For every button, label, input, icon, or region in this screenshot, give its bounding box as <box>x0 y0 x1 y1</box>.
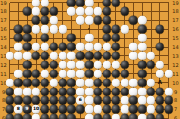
white-stone-M12[interactable] <box>103 61 111 69</box>
black-stone-C15[interactable] <box>23 34 31 42</box>
left-row-label: 11 <box>0 71 6 76</box>
black-stone-P7[interactable] <box>129 105 137 113</box>
right-row-label: 17 <box>172 18 178 23</box>
hoshi-point <box>88 28 90 30</box>
white-stone-P10[interactable] <box>129 78 137 86</box>
black-stone-M15[interactable] <box>103 34 111 42</box>
black-stone-O18[interactable] <box>120 7 128 15</box>
white-stone-B13[interactable] <box>14 52 22 60</box>
move-number-label: 10 <box>33 107 39 112</box>
white-stone-B9[interactable] <box>14 87 22 95</box>
white-stone-D9[interactable] <box>32 87 40 95</box>
white-stone-P9[interactable] <box>129 87 137 95</box>
white-stone-H18[interactable] <box>67 7 75 15</box>
left-row-label: 12 <box>0 62 6 67</box>
white-stone-K17[interactable] <box>85 16 93 24</box>
black-stone-N16[interactable] <box>111 25 119 33</box>
black-stone-F14[interactable] <box>50 43 58 51</box>
black-stone-N7[interactable] <box>111 105 119 113</box>
black-stone-N8[interactable] <box>111 96 119 104</box>
black-stone-G7[interactable] <box>58 105 66 113</box>
black-stone-A7[interactable] <box>5 105 13 113</box>
white-stone-K9[interactable] <box>85 87 93 95</box>
black-stone-S8[interactable] <box>156 96 164 104</box>
white-stone-O8[interactable] <box>120 96 128 104</box>
white-stone-L12[interactable] <box>94 61 102 69</box>
white-stone-A13[interactable] <box>5 52 13 60</box>
black-stone-R6[interactable] <box>147 114 155 119</box>
black-stone-B16[interactable] <box>14 25 22 33</box>
black-stone-D17[interactable] <box>32 16 40 24</box>
black-stone-N11[interactable] <box>111 69 119 77</box>
left-row-label: 15 <box>0 36 6 41</box>
white-stone-J17[interactable] <box>76 16 84 24</box>
white-stone-T9[interactable] <box>165 87 173 95</box>
black-stone-D10[interactable] <box>32 78 40 86</box>
black-stone-E8[interactable] <box>41 96 49 104</box>
right-row-label: 12 <box>172 62 178 67</box>
white-stone-N6[interactable] <box>111 114 119 119</box>
black-stone-C12[interactable] <box>23 61 31 69</box>
black-stone-M6[interactable] <box>103 114 111 119</box>
black-stone-C6[interactable] <box>23 114 31 119</box>
white-stone-J8[interactable]: 6 <box>76 96 84 104</box>
black-stone-L10[interactable] <box>94 78 102 86</box>
white-stone-R13[interactable] <box>147 52 155 60</box>
black-stone-B6[interactable] <box>14 114 22 119</box>
black-stone-H14[interactable] <box>67 43 75 51</box>
black-stone-O6[interactable] <box>120 114 128 119</box>
black-stone-C7[interactable]: 9 <box>23 105 31 113</box>
white-stone-O7[interactable] <box>120 105 128 113</box>
white-stone-K7[interactable] <box>85 105 93 113</box>
black-stone-M19[interactable] <box>103 0 111 7</box>
right-row-label: 19 <box>172 0 178 5</box>
black-stone-F6[interactable] <box>50 114 58 119</box>
black-stone-E10[interactable] <box>41 78 49 86</box>
black-stone-M11[interactable] <box>103 69 111 77</box>
white-stone-P13[interactable] <box>129 52 137 60</box>
white-stone-K8[interactable] <box>85 96 93 104</box>
white-stone-D14[interactable] <box>32 43 40 51</box>
black-stone-L6[interactable] <box>94 114 102 119</box>
black-stone-P17[interactable] <box>129 16 137 24</box>
white-stone-L18[interactable] <box>94 7 102 15</box>
right-row-label: 16 <box>172 27 178 32</box>
black-stone-M7[interactable] <box>103 105 111 113</box>
black-stone-C10[interactable] <box>23 78 31 86</box>
right-row-label: 11 <box>172 71 178 76</box>
white-stone-Q14[interactable] <box>138 43 146 51</box>
white-stone-Q17[interactable] <box>138 16 146 24</box>
black-stone-S9[interactable] <box>156 87 164 95</box>
white-stone-K15[interactable] <box>85 34 93 42</box>
white-stone-L11[interactable] <box>94 69 102 77</box>
white-stone-G16[interactable] <box>58 25 66 33</box>
black-stone-L13[interactable] <box>94 52 102 60</box>
right-row-label: 7 <box>174 107 177 112</box>
white-stone-R8[interactable] <box>147 96 155 104</box>
black-stone-H8[interactable] <box>67 96 75 104</box>
black-stone-Q11[interactable] <box>138 69 146 77</box>
white-stone-J12[interactable] <box>76 61 84 69</box>
right-row-label: 15 <box>172 36 178 41</box>
black-stone-G10[interactable] <box>58 78 66 86</box>
black-stone-S6[interactable] <box>156 114 164 119</box>
black-stone-L9[interactable] <box>94 87 102 95</box>
left-row-label: 19 <box>0 0 6 5</box>
right-row-label: 8 <box>174 98 177 103</box>
white-stone-J18[interactable] <box>76 7 84 15</box>
black-stone-A6[interactable] <box>5 114 13 119</box>
black-stone-J19[interactable] <box>76 0 84 7</box>
white-stone-K14[interactable] <box>85 43 93 51</box>
white-stone-B11[interactable] <box>14 69 22 77</box>
white-stone-R7[interactable] <box>147 105 155 113</box>
black-stone-S16[interactable] <box>156 25 164 33</box>
right-row-label: 10 <box>172 80 178 85</box>
white-stone-Q9[interactable] <box>138 87 146 95</box>
black-stone-N9[interactable] <box>111 87 119 95</box>
white-stone-P14[interactable] <box>129 43 137 51</box>
white-stone-F13[interactable] <box>50 52 58 60</box>
black-stone-T8[interactable] <box>165 96 173 104</box>
black-stone-Q7[interactable] <box>138 105 146 113</box>
black-stone-M9[interactable] <box>103 87 111 95</box>
white-stone-D7[interactable]: 10 <box>32 105 40 113</box>
black-stone-F12[interactable] <box>50 61 58 69</box>
white-stone-L7[interactable] <box>94 105 102 113</box>
white-stone-B14[interactable] <box>14 43 22 51</box>
white-stone-K19[interactable] <box>85 0 93 7</box>
white-stone-F16[interactable] <box>50 25 58 33</box>
white-stone-G13[interactable] <box>58 52 66 60</box>
white-stone-D16[interactable] <box>32 25 40 33</box>
black-stone-G6[interactable] <box>58 114 66 119</box>
white-stone-O10[interactable] <box>120 78 128 86</box>
black-stone-M8[interactable] <box>103 96 111 104</box>
black-stone-D8[interactable] <box>32 96 40 104</box>
white-stone-N10[interactable] <box>111 78 119 86</box>
white-stone-R10[interactable] <box>147 78 155 86</box>
black-stone-D13[interactable] <box>32 52 40 60</box>
black-stone-G14[interactable] <box>58 43 66 51</box>
white-stone-E19[interactable] <box>41 0 49 7</box>
white-stone-S12[interactable] <box>156 61 164 69</box>
black-stone-N14[interactable] <box>111 43 119 51</box>
white-stone-Q8[interactable] <box>138 96 146 104</box>
black-stone-S14[interactable] <box>156 43 164 51</box>
black-stone-M17[interactable] <box>103 16 111 24</box>
move-number-label: 6 <box>79 98 82 103</box>
white-stone-H11[interactable] <box>67 69 75 77</box>
black-stone-M18[interactable] <box>103 7 111 15</box>
white-stone-T11[interactable] <box>165 69 173 77</box>
black-stone-H15[interactable] <box>67 34 75 42</box>
black-stone-N19[interactable] <box>111 0 119 7</box>
white-stone-L14[interactable] <box>94 43 102 51</box>
black-stone-Q16[interactable] <box>138 25 146 33</box>
white-stone-J11[interactable] <box>76 69 84 77</box>
black-stone-N15[interactable] <box>111 34 119 42</box>
black-stone-H9[interactable] <box>67 87 75 95</box>
black-stone-K12[interactable] <box>85 61 93 69</box>
black-stone-M13[interactable] <box>103 52 111 60</box>
right-row-label: 6 <box>174 116 177 119</box>
black-stone-E18[interactable] <box>41 7 49 15</box>
white-stone-E16[interactable] <box>41 25 49 33</box>
black-stone-E7[interactable] <box>41 105 49 113</box>
white-stone-D6[interactable] <box>32 114 40 119</box>
white-stone-H13[interactable] <box>67 52 75 60</box>
white-stone-A10[interactable] <box>5 78 13 86</box>
move-number-label: 9 <box>26 107 29 112</box>
black-stone-N13[interactable] <box>111 52 119 60</box>
black-stone-E12[interactable] <box>41 61 49 69</box>
black-stone-E13[interactable] <box>41 52 49 60</box>
black-stone-F7[interactable] <box>50 105 58 113</box>
white-stone-E11[interactable] <box>41 69 49 77</box>
white-stone-E14[interactable] <box>41 43 49 51</box>
black-stone-C14[interactable] <box>23 43 31 51</box>
black-stone-L8[interactable] <box>94 96 102 104</box>
black-stone-A8[interactable] <box>5 96 13 104</box>
move-number-label: 8 <box>17 107 20 112</box>
black-stone-B10[interactable] <box>14 78 22 86</box>
black-stone-F11[interactable] <box>50 69 58 77</box>
black-stone-C18[interactable] <box>23 7 31 15</box>
white-stone-K10[interactable] <box>85 78 93 86</box>
white-stone-Q15[interactable] <box>138 34 146 42</box>
black-stone-H10[interactable] <box>67 78 75 86</box>
go-board: 1919181817171616151514141313121211111010… <box>0 0 180 119</box>
white-stone-B7[interactable]: 8 <box>14 105 22 113</box>
black-stone-F9[interactable] <box>50 87 58 95</box>
black-stone-M16[interactable] <box>103 25 111 33</box>
white-stone-N12[interactable] <box>111 61 119 69</box>
black-stone-K11[interactable] <box>85 69 93 77</box>
white-stone-J9[interactable] <box>76 87 84 95</box>
black-stone-G9[interactable] <box>58 87 66 95</box>
white-stone-J10[interactable] <box>76 78 84 86</box>
left-row-label: 18 <box>0 9 6 14</box>
black-stone-C8[interactable] <box>23 96 31 104</box>
white-stone-C13[interactable] <box>23 52 31 60</box>
white-stone-K6[interactable] <box>85 114 93 119</box>
white-stone-Q13[interactable] <box>138 52 146 60</box>
left-row-label: 14 <box>0 45 6 50</box>
white-stone-K18[interactable] <box>85 7 93 15</box>
black-stone-H7[interactable] <box>67 105 75 113</box>
black-stone-O12[interactable] <box>120 61 128 69</box>
black-stone-R9[interactable] <box>147 87 155 95</box>
black-stone-O9[interactable] <box>120 87 128 95</box>
black-stone-S7[interactable] <box>156 105 164 113</box>
black-stone-L17[interactable] <box>94 16 102 24</box>
black-stone-J7[interactable] <box>76 105 84 113</box>
white-stone-Q6[interactable] <box>138 114 146 119</box>
left-row-label: 16 <box>0 27 6 32</box>
black-stone-E9[interactable] <box>41 87 49 95</box>
white-stone-H12[interactable] <box>67 61 75 69</box>
black-stone-P8[interactable] <box>129 96 137 104</box>
black-stone-B15[interactable] <box>14 34 22 42</box>
black-stone-A9[interactable] <box>5 87 13 95</box>
black-stone-F8[interactable] <box>50 96 58 104</box>
letter-annotation-A[interactable]: A <box>158 80 162 86</box>
black-stone-T7[interactable] <box>165 105 173 113</box>
black-stone-E6[interactable] <box>41 114 49 119</box>
black-stone-C11[interactable] <box>23 69 31 77</box>
white-stone-F10[interactable] <box>50 78 58 86</box>
white-stone-S11[interactable] <box>156 69 164 77</box>
left-row-label: 17 <box>0 18 6 23</box>
right-row-label: 18 <box>172 9 178 14</box>
black-stone-F18[interactable] <box>50 7 58 15</box>
black-stone-E17[interactable] <box>41 16 49 24</box>
right-row-label: 14 <box>172 45 178 50</box>
black-stone-B8[interactable] <box>14 96 22 104</box>
black-stone-O11[interactable] <box>120 69 128 77</box>
right-row-label: 9 <box>174 89 177 94</box>
black-stone-E15[interactable] <box>41 34 49 42</box>
black-stone-P6[interactable] <box>129 114 137 119</box>
black-stone-H19[interactable] <box>67 0 75 7</box>
black-stone-R12[interactable] <box>147 61 155 69</box>
white-stone-G12[interactable] <box>58 61 66 69</box>
black-stone-H6[interactable] <box>67 114 75 119</box>
right-row-label: 13 <box>172 53 178 58</box>
black-stone-D11[interactable] <box>32 69 40 77</box>
black-stone-M10[interactable] <box>103 78 111 86</box>
white-stone-C9[interactable] <box>23 87 31 95</box>
white-stone-D19[interactable] <box>32 0 40 7</box>
white-stone-M14[interactable] <box>103 43 111 51</box>
black-stone-G8[interactable] <box>58 96 66 104</box>
black-stone-J13[interactable] <box>76 52 84 60</box>
black-stone-Q12[interactable] <box>138 61 146 69</box>
white-stone-J14[interactable] <box>76 43 84 51</box>
black-stone-C16[interactable] <box>23 25 31 33</box>
black-stone-Q10[interactable] <box>138 78 146 86</box>
white-stone-G11[interactable] <box>58 69 66 77</box>
black-stone-K13[interactable] <box>85 52 93 60</box>
white-stone-D18[interactable] <box>32 7 40 15</box>
white-stone-O16[interactable] <box>120 25 128 33</box>
white-stone-F17[interactable] <box>50 16 58 24</box>
